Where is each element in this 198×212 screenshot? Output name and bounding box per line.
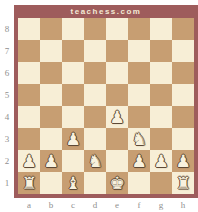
piece-white-R-a1: ♜: [21, 172, 36, 194]
file-label-e: e: [106, 199, 128, 211]
piece-white-K-e1: ♚: [109, 172, 124, 194]
square-f1[interactable]: [128, 172, 150, 194]
square-d8[interactable]: [84, 18, 106, 40]
square-b4[interactable]: [40, 106, 62, 128]
file-label-h: h: [172, 199, 194, 211]
rank-label-7: 7: [1, 40, 13, 62]
square-b1[interactable]: [40, 172, 62, 194]
rank-label-3: 3: [1, 128, 13, 150]
square-c5[interactable]: [62, 84, 84, 106]
square-e8[interactable]: [106, 18, 128, 40]
piece-white-P-b2: ♟: [43, 150, 58, 172]
square-f5[interactable]: [128, 84, 150, 106]
square-e2[interactable]: [106, 150, 128, 172]
square-h4[interactable]: [172, 106, 194, 128]
square-e3[interactable]: [106, 128, 128, 150]
square-d4[interactable]: [84, 106, 106, 128]
file-label-a: a: [18, 199, 40, 211]
square-g8[interactable]: [150, 18, 172, 40]
square-b8[interactable]: [40, 18, 62, 40]
rank-label-5: 5: [1, 84, 13, 106]
square-g2[interactable]: ♟: [150, 150, 172, 172]
square-g3[interactable]: [150, 128, 172, 150]
square-e4[interactable]: ♟: [106, 106, 128, 128]
square-a1[interactable]: ♜: [18, 172, 40, 194]
square-b7[interactable]: [40, 40, 62, 62]
square-f6[interactable]: [128, 62, 150, 84]
square-c7[interactable]: [62, 40, 84, 62]
square-a3[interactable]: [18, 128, 40, 150]
square-f7[interactable]: [128, 40, 150, 62]
square-d2[interactable]: ♞: [84, 150, 106, 172]
piece-white-B-c1: ♝: [65, 172, 80, 194]
square-d5[interactable]: [84, 84, 106, 106]
square-f2[interactable]: ♟: [128, 150, 150, 172]
square-h8[interactable]: [172, 18, 194, 40]
square-h6[interactable]: [172, 62, 194, 84]
file-label-f: f: [128, 199, 150, 211]
square-c1[interactable]: ♝: [62, 172, 84, 194]
file-label-b: b: [40, 199, 62, 211]
piece-white-P-e4: ♟: [109, 106, 124, 128]
square-c6[interactable]: [62, 62, 84, 84]
square-f4[interactable]: [128, 106, 150, 128]
rank-label-2: 2: [1, 150, 13, 172]
square-c3[interactable]: ♟: [62, 128, 84, 150]
square-c8[interactable]: [62, 18, 84, 40]
square-g7[interactable]: [150, 40, 172, 62]
square-b3[interactable]: [40, 128, 62, 150]
file-label-g: g: [150, 199, 172, 211]
square-b2[interactable]: ♟: [40, 150, 62, 172]
square-e6[interactable]: [106, 62, 128, 84]
chess-diagram: teachess.com ♟♟♞♟♟♞♟♟♟♜♝♚♜ 87654321 abcd…: [0, 0, 198, 212]
square-g4[interactable]: [150, 106, 172, 128]
square-g6[interactable]: [150, 62, 172, 84]
piece-white-P-g2: ♟: [153, 150, 168, 172]
square-h5[interactable]: [172, 84, 194, 106]
piece-white-N-f3: ♞: [131, 128, 146, 150]
piece-white-P-f2: ♟: [131, 150, 146, 172]
square-h2[interactable]: ♟: [172, 150, 194, 172]
piece-white-N-d2: ♞: [87, 150, 102, 172]
piece-white-P-c3: ♟: [65, 128, 80, 150]
square-b5[interactable]: [40, 84, 62, 106]
square-a4[interactable]: [18, 106, 40, 128]
square-d3[interactable]: [84, 128, 106, 150]
piece-white-P-h2: ♟: [175, 150, 190, 172]
piece-white-P-a2: ♟: [21, 150, 36, 172]
square-h3[interactable]: [172, 128, 194, 150]
square-h1[interactable]: ♜: [172, 172, 194, 194]
file-label-c: c: [62, 199, 84, 211]
square-c2[interactable]: [62, 150, 84, 172]
square-d1[interactable]: [84, 172, 106, 194]
site-banner: teachess.com: [14, 5, 198, 18]
square-f8[interactable]: [128, 18, 150, 40]
square-a6[interactable]: [18, 62, 40, 84]
square-a8[interactable]: [18, 18, 40, 40]
square-e7[interactable]: [106, 40, 128, 62]
square-g1[interactable]: [150, 172, 172, 194]
square-b6[interactable]: [40, 62, 62, 84]
rank-label-8: 8: [1, 18, 13, 40]
square-h7[interactable]: [172, 40, 194, 62]
square-e1[interactable]: ♚: [106, 172, 128, 194]
piece-white-R-h1: ♜: [175, 172, 190, 194]
rank-label-6: 6: [1, 62, 13, 84]
square-d6[interactable]: [84, 62, 106, 84]
rank-label-4: 4: [1, 106, 13, 128]
square-f3[interactable]: ♞: [128, 128, 150, 150]
square-e5[interactable]: [106, 84, 128, 106]
board-frame: teachess.com ♟♟♞♟♟♞♟♟♟♜♝♚♜: [14, 5, 198, 198]
square-d7[interactable]: [84, 40, 106, 62]
square-a7[interactable]: [18, 40, 40, 62]
square-a5[interactable]: [18, 84, 40, 106]
file-label-d: d: [84, 199, 106, 211]
chess-board: ♟♟♞♟♟♞♟♟♟♜♝♚♜: [18, 18, 194, 194]
square-c4[interactable]: [62, 106, 84, 128]
square-a2[interactable]: ♟: [18, 150, 40, 172]
square-g5[interactable]: [150, 84, 172, 106]
rank-label-1: 1: [1, 172, 13, 194]
